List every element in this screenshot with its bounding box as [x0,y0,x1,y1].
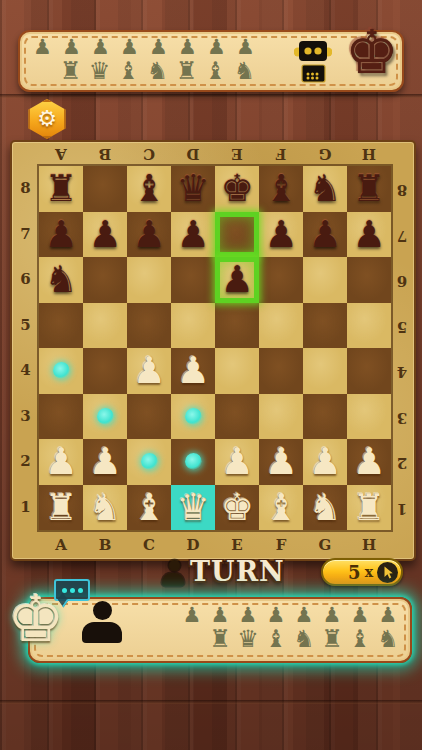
board-squares: ♜♝♛♚♝♞♜♟♟♟♟♟♟♟♞♟♟♟♟♟♟♟♟♟♜♞♝♛♚♝♞♜ [39,166,391,530]
square-h3[interactable] [347,394,391,440]
coord-label-h: H [347,143,391,165]
square-h1[interactable]: ♜ [347,485,391,531]
square-h8[interactable]: ♜ [347,166,391,212]
square-b7[interactable]: ♟ [83,212,127,258]
white-pawn-b2[interactable]: ♟ [88,443,121,480]
square-c3[interactable] [127,394,171,440]
files-top: ABCDEFGH [39,143,391,165]
square-b5[interactable] [83,303,127,349]
white-pawn-a2[interactable]: ♟ [44,443,77,480]
tray-queen-silhouette: ♛ [85,60,114,83]
coord-label-c: C [127,532,171,558]
wood-seam [0,94,422,98]
white-rook-h1[interactable]: ♜ [352,489,385,526]
tray-pawn-silhouette: ♟ [290,604,318,627]
coord-label-h: H [347,532,391,558]
tray-pawn-silhouette: ♟ [178,604,206,627]
square-c8[interactable]: ♝ [127,166,171,212]
cursor-icon [377,562,398,583]
square-e8[interactable]: ♚ [215,166,259,212]
square-b4[interactable] [83,348,127,394]
files-bottom: ABCDEFGH [39,532,391,558]
coord-label-f: F [259,143,303,165]
black-rook-a8[interactable]: ♜ [44,170,77,207]
white-bishop-c1[interactable]: ♝ [132,489,165,526]
tray-pawn-silhouette: ♟ [346,604,374,627]
black-pawn-b7[interactable]: ♟ [88,216,121,253]
square-g7[interactable]: ♟ [303,212,347,258]
coord-label-7: 7 [12,212,39,258]
coord-label-6: 6 [12,257,39,303]
player-avatar [70,601,134,643]
coord-label-g: G [303,532,347,558]
tray-rook-silhouette: ♜ [172,60,201,83]
coord-label-b: B [83,532,127,558]
coord-label-e: E [215,532,259,558]
tray-bishop-silhouette: ♝ [114,60,143,83]
square-a4[interactable] [39,348,83,394]
ranks-right: 87654321 [391,166,413,530]
opponent-tray: ♟♟♟♟♟♟♟♟ ♜♛♝♞♜♝♞ [28,36,260,83]
black-queen-d8[interactable]: ♛ [176,170,209,207]
square-d2[interactable] [171,439,215,485]
player-piece-row: ♜♛♝♞♜♝♞ [206,628,402,651]
tray-rook-silhouette: ♜ [318,628,346,651]
coord-label-8: 8 [391,166,413,212]
coord-label-g: G [303,143,347,165]
tray-bishop-silhouette: ♝ [201,60,230,83]
white-queen-d1[interactable]: ♛ [176,489,209,526]
black-pawn-h7[interactable]: ♟ [352,216,385,253]
player-tray: ♟♟♟♟♟♟♟♟ ♜♛♝♞♜♝♞ [178,604,402,651]
square-g2[interactable]: ♟ [303,439,347,485]
hint-button[interactable]: 5 x [321,558,403,586]
coord-label-d: D [171,143,215,165]
square-f7[interactable]: ♟ [259,212,303,258]
square-b1[interactable]: ♞ [83,485,127,531]
black-rook-h8[interactable]: ♜ [352,170,385,207]
square-d8[interactable]: ♛ [171,166,215,212]
opponent-piece-row: ♜♛♝♞♜♝♞ [56,60,260,83]
turn-player-icon [162,560,186,586]
wood-seam [0,700,422,704]
white-knight-b1[interactable]: ♞ [88,489,121,526]
move-hint-dot-b3[interactable] [97,408,114,425]
tray-rook-silhouette: ♜ [206,628,234,651]
coord-label-1: 1 [12,485,39,531]
square-f4[interactable] [259,348,303,394]
white-king-e1[interactable]: ♚ [220,489,253,526]
square-f6[interactable] [259,257,303,303]
tray-pawn-silhouette: ♟ [86,36,115,59]
coord-label-4: 4 [12,348,39,394]
tray-queen-silhouette: ♛ [234,628,262,651]
white-pawn-g2[interactable]: ♟ [308,443,341,480]
black-knight-g8[interactable]: ♞ [308,170,341,207]
move-hint-dot-d2[interactable] [185,453,202,470]
tray-pawn-silhouette: ♟ [28,36,57,59]
white-pawn-e2[interactable]: ♟ [220,443,253,480]
black-king-e8[interactable]: ♚ [220,170,253,207]
tray-bishop-silhouette: ♝ [346,628,374,651]
robot-icon [294,40,332,84]
coord-label-7: 7 [391,212,413,258]
coord-label-5: 5 [391,303,413,349]
tray-pawn-silhouette: ♟ [57,36,86,59]
square-f3[interactable] [259,394,303,440]
white-pawn-h2[interactable]: ♟ [352,443,385,480]
bubble-dot [70,588,75,593]
coord-label-3: 3 [12,394,39,440]
person-body [162,573,184,586]
black-pawn-c7[interactable]: ♟ [132,216,165,253]
coord-label-c: C [127,143,171,165]
coord-label-2: 2 [12,439,39,485]
square-g5[interactable] [303,303,347,349]
black-king-icon: ♚ [336,16,408,88]
bubble-dot [62,588,67,593]
square-g6[interactable] [303,257,347,303]
square-e7[interactable] [215,212,259,258]
ranks-left: 87654321 [12,166,39,530]
tray-pawn-silhouette: ♟ [231,36,260,59]
opponent-pawn-row: ♟♟♟♟♟♟♟♟ [28,36,260,59]
square-e1[interactable]: ♚ [215,485,259,531]
square-c7[interactable]: ♟ [127,212,171,258]
coord-label-1: 1 [391,485,413,531]
coord-label-d: D [171,532,215,558]
hint-multiplier: x [365,564,373,580]
coord-label-a: A [39,532,83,558]
coord-label-e: E [215,143,259,165]
chess-board: ABCDEFGH 87654321 87654321 ABCDEFGH ♜♝♛♚… [10,140,416,561]
turn-label: TURN [190,556,285,587]
square-c2[interactable] [127,439,171,485]
tray-pawn-silhouette: ♟ [115,36,144,59]
coord-label-2: 2 [391,439,413,485]
coord-label-8: 8 [12,166,39,212]
square-a7[interactable]: ♟ [39,212,83,258]
move-hint-dot-c2[interactable] [141,453,158,470]
square-c1[interactable]: ♝ [127,485,171,531]
black-pawn-f7[interactable]: ♟ [264,216,297,253]
black-pawn-a7[interactable]: ♟ [44,216,77,253]
black-bishop-f8[interactable]: ♝ [264,170,297,207]
square-b6[interactable] [83,257,127,303]
square-d4[interactable]: ♟ [171,348,215,394]
square-c6[interactable] [127,257,171,303]
square-h7[interactable]: ♟ [347,212,391,258]
coord-label-4: 4 [391,348,413,394]
square-g3[interactable] [303,394,347,440]
tray-knight-silhouette: ♞ [230,60,259,83]
square-e3[interactable] [215,394,259,440]
white-pawn-d4[interactable]: ♟ [176,352,209,389]
tray-bishop-silhouette: ♝ [262,628,290,651]
move-hint-dot-d3[interactable] [185,408,202,425]
white-knight-g1[interactable]: ♞ [308,489,341,526]
tray-rook-silhouette: ♜ [56,60,85,83]
black-bishop-c8[interactable]: ♝ [132,170,165,207]
person-head [169,560,180,571]
square-d1[interactable]: ♛ [171,485,215,531]
square-f8[interactable]: ♝ [259,166,303,212]
square-g1[interactable]: ♞ [303,485,347,531]
square-a3[interactable] [39,394,83,440]
chat-bubble[interactable] [54,579,90,601]
square-e5[interactable] [215,303,259,349]
coord-label-f: F [259,532,303,558]
tray-knight-silhouette: ♞ [143,60,172,83]
square-c5[interactable] [127,303,171,349]
square-h2[interactable]: ♟ [347,439,391,485]
square-a2[interactable]: ♟ [39,439,83,485]
square-f5[interactable] [259,303,303,349]
square-d5[interactable] [171,303,215,349]
black-knight-a6[interactable]: ♞ [44,261,77,298]
square-a6[interactable]: ♞ [39,257,83,303]
square-c4[interactable]: ♟ [127,348,171,394]
coord-label-6: 6 [391,257,413,303]
square-a1[interactable]: ♜ [39,485,83,531]
square-h4[interactable] [347,348,391,394]
tray-pawn-silhouette: ♟ [173,36,202,59]
white-rook-a1[interactable]: ♜ [44,489,77,526]
tray-knight-silhouette: ♞ [374,628,402,651]
tray-knight-silhouette: ♞ [290,628,318,651]
bubble-dot [78,588,83,593]
square-e6[interactable]: ♟ [215,257,259,303]
square-f2[interactable]: ♟ [259,439,303,485]
black-pawn-e6[interactable]: ♟ [220,261,253,298]
square-h6[interactable] [347,257,391,303]
black-pawn-g7[interactable]: ♟ [308,216,341,253]
coord-label-b: B [83,143,127,165]
game-screen: { "game": "chess", "app": { "turn_label"… [0,0,422,750]
square-d7[interactable]: ♟ [171,212,215,258]
person-head [93,601,112,620]
black-pawn-d7[interactable]: ♟ [176,216,209,253]
square-b3[interactable] [83,394,127,440]
square-b8[interactable] [83,166,127,212]
square-h5[interactable] [347,303,391,349]
square-a5[interactable] [39,303,83,349]
square-e4[interactable] [215,348,259,394]
move-hint-dot-a4[interactable] [53,362,70,379]
tray-pawn-silhouette: ♟ [144,36,173,59]
person-body [82,622,122,643]
square-f1[interactable]: ♝ [259,485,303,531]
square-g8[interactable]: ♞ [303,166,347,212]
tray-pawn-silhouette: ♟ [234,604,262,627]
square-b2[interactable]: ♟ [83,439,127,485]
coord-label-3: 3 [391,394,413,440]
white-bishop-f1[interactable]: ♝ [264,489,297,526]
tray-pawn-silhouette: ♟ [262,604,290,627]
tray-pawn-silhouette: ♟ [202,36,231,59]
hint-count: 5 [348,562,361,583]
square-a8[interactable]: ♜ [39,166,83,212]
tray-pawn-silhouette: ♟ [374,604,402,627]
coord-label-a: A [39,143,83,165]
square-d6[interactable] [171,257,215,303]
tray-pawn-silhouette: ♟ [318,604,346,627]
white-pawn-c4[interactable]: ♟ [132,352,165,389]
square-d3[interactable] [171,394,215,440]
player-pawn-row: ♟♟♟♟♟♟♟♟ [178,604,402,627]
square-e2[interactable]: ♟ [215,439,259,485]
coord-label-5: 5 [12,303,39,349]
tray-pawn-silhouette: ♟ [206,604,234,627]
square-g4[interactable] [303,348,347,394]
white-pawn-f2[interactable]: ♟ [264,443,297,480]
